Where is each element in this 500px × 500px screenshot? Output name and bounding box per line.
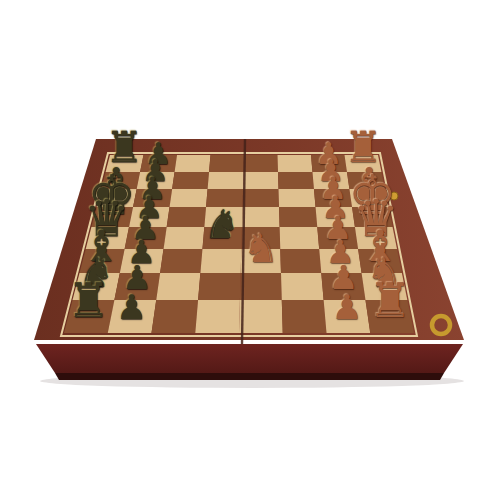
piece-black-pawn-a7[interactable]: ♟ — [116, 290, 146, 324]
square-h4[interactable] — [244, 155, 278, 172]
square-a3[interactable] — [282, 300, 327, 333]
piece-white-pawn-a2[interactable]: ♟ — [332, 290, 362, 324]
square-b5[interactable] — [198, 273, 241, 300]
square-g4[interactable] — [243, 172, 278, 189]
square-h6[interactable] — [175, 155, 211, 172]
square-d3[interactable] — [280, 227, 320, 249]
square-a4[interactable] — [239, 300, 283, 333]
square-f6[interactable] — [170, 189, 208, 207]
square-h5[interactable] — [209, 155, 244, 172]
square-d6[interactable] — [164, 227, 205, 249]
square-c3[interactable] — [280, 249, 321, 273]
piece-black-rook-a8[interactable]: ♜ — [67, 276, 110, 324]
square-b6[interactable] — [156, 273, 200, 300]
square-g6[interactable] — [172, 172, 209, 189]
piece-glyph: ♜ — [369, 276, 412, 324]
square-e6[interactable] — [167, 207, 206, 227]
square-h3[interactable] — [278, 155, 313, 172]
square-e3[interactable] — [279, 207, 317, 227]
piece-glyph: ♟ — [332, 290, 362, 324]
square-c6[interactable] — [160, 249, 202, 273]
square-g3[interactable] — [278, 172, 314, 189]
square-g5[interactable] — [208, 172, 244, 189]
square-f3[interactable] — [279, 189, 316, 207]
piece-white-rook-a1[interactable]: ♜ — [369, 276, 412, 324]
piece-glyph: ♟ — [116, 290, 146, 324]
piece-black-knight-d5[interactable]: ♞ — [204, 204, 240, 244]
square-f4[interactable] — [243, 189, 279, 207]
square-c5[interactable] — [200, 249, 241, 273]
piece-glyph: ♞ — [204, 204, 240, 244]
square-a5[interactable] — [195, 300, 240, 333]
square-a6[interactable] — [152, 300, 199, 333]
board-side-bottom-lip — [55, 373, 444, 380]
square-b3[interactable] — [281, 273, 324, 300]
chess-set-photo: ♜♞♝♛♚♝♜♟♟♟♟♟♟♟♟♞♞♟♟♟♟♟♟♟♟♜♞♝♛♚♝♜ — [0, 0, 500, 500]
piece-glyph: ♞ — [243, 228, 279, 268]
piece-white-knight-c4[interactable]: ♞ — [243, 228, 279, 268]
piece-glyph: ♜ — [67, 276, 110, 324]
board-side-front — [36, 344, 463, 373]
square-b4[interactable] — [240, 273, 282, 300]
